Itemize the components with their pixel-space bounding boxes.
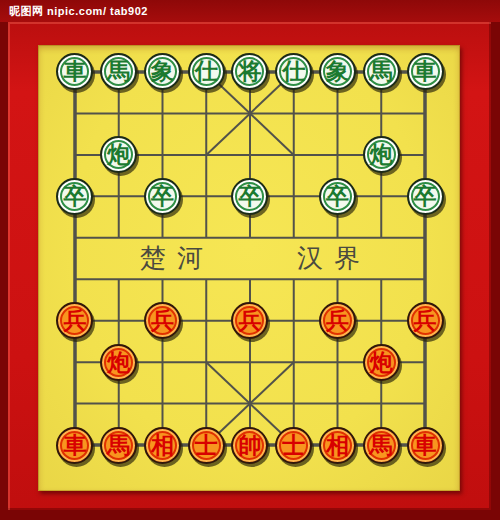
board-cell-i10[interactable]: 車 [403,51,447,93]
board-cell-e9[interactable] [228,93,272,135]
board-cell-h7[interactable] [359,176,403,218]
board-cell-e5[interactable] [228,259,272,301]
board-cell-g6[interactable] [316,217,360,259]
board-cell-a5[interactable] [53,259,97,301]
watermark-bar: 昵图网 nipic.com/ tab902 [0,0,500,22]
piece-red-soldier[interactable]: 兵 [319,302,356,339]
board-cell-i5[interactable] [403,259,447,301]
board-cell-h1[interactable]: 馬 [359,425,403,467]
piece-red-general[interactable]: 帥 [231,427,268,464]
board-cell-h8[interactable]: 炮 [359,134,403,176]
board-cell-c3[interactable] [141,342,185,384]
piece-red-cannon[interactable]: 炮 [100,344,137,381]
piece-black-cannon[interactable]: 炮 [363,136,400,173]
piece-black-horse[interactable]: 馬 [100,53,137,90]
board-cell-g5[interactable] [316,259,360,301]
board-cell-g10[interactable]: 象 [316,51,360,93]
board-cell-b9[interactable] [97,93,141,135]
board-cell-h2[interactable] [359,383,403,425]
piece-black-soldier[interactable]: 卒 [56,178,93,215]
board-cell-b2[interactable] [97,383,141,425]
board-cell-h9[interactable] [359,93,403,135]
board-cell-b6[interactable] [97,217,141,259]
board-cell-c1[interactable]: 相 [141,425,185,467]
board-cell-i8[interactable] [403,134,447,176]
board-cell-h6[interactable] [359,217,403,259]
board-cell-a6[interactable] [53,217,97,259]
board-cell-c9[interactable] [141,93,185,135]
piece-red-cannon[interactable]: 炮 [363,344,400,381]
board-cell-g4[interactable]: 兵 [316,300,360,342]
board-cell-h4[interactable] [359,300,403,342]
board-cell-a9[interactable] [53,93,97,135]
board-cell-f6[interactable] [272,217,316,259]
piece-red-horse[interactable]: 馬 [363,427,400,464]
board-cell-d6[interactable] [184,217,228,259]
piece-red-soldier[interactable]: 兵 [231,302,268,339]
board-cell-f4[interactable] [272,300,316,342]
piece-black-chariot[interactable]: 車 [407,53,444,90]
board-cell-e7[interactable]: 卒 [228,176,272,218]
board-cell-i1[interactable]: 車 [403,425,447,467]
board-cell-i4[interactable]: 兵 [403,300,447,342]
board-cell-e4[interactable]: 兵 [228,300,272,342]
board-cell-b3[interactable]: 炮 [97,342,141,384]
board-cell-d4[interactable] [184,300,228,342]
board-cell-c5[interactable] [141,259,185,301]
piece-black-chariot[interactable]: 車 [56,53,93,90]
board-cell-i9[interactable] [403,93,447,135]
board-cell-f2[interactable] [272,383,316,425]
piece-red-soldier[interactable]: 兵 [144,302,181,339]
board-cell-b5[interactable] [97,259,141,301]
board-cell-f1[interactable]: 士 [272,425,316,467]
board-cell-a7[interactable]: 卒 [53,176,97,218]
board-cell-a4[interactable]: 兵 [53,300,97,342]
board-cell-g3[interactable] [316,342,360,384]
board-cell-e2[interactable] [228,383,272,425]
board-cell-d7[interactable] [184,176,228,218]
board-cell-b7[interactable] [97,176,141,218]
board-cell-f3[interactable] [272,342,316,384]
watermark-text: 昵图网 nipic.com/ tab902 [9,4,148,19]
piece-black-cannon[interactable]: 炮 [100,136,137,173]
xiangqi-board: 楚河 汉界 車馬象仕将仕象馬車炮炮卒卒卒卒卒兵兵兵兵兵炮炮車馬相士帥士相馬車 [38,45,460,491]
board-cell-e6[interactable] [228,217,272,259]
board-cell-d9[interactable] [184,93,228,135]
board-cell-c10[interactable]: 象 [141,51,185,93]
board-cell-e1[interactable]: 帥 [228,425,272,467]
board-cell-f10[interactable]: 仕 [272,51,316,93]
board-cell-h3[interactable]: 炮 [359,342,403,384]
piece-red-chariot[interactable]: 車 [56,427,93,464]
board-cell-d5[interactable] [184,259,228,301]
board-cell-f7[interactable] [272,176,316,218]
board-cell-d8[interactable] [184,134,228,176]
board-cell-d10[interactable]: 仕 [184,51,228,93]
board-cell-h5[interactable] [359,259,403,301]
board-cell-a1[interactable]: 車 [53,425,97,467]
board-cell-e3[interactable] [228,342,272,384]
board-cell-c6[interactable] [141,217,185,259]
piece-red-soldier[interactable]: 兵 [56,302,93,339]
board-cell-a2[interactable] [53,383,97,425]
piece-black-advisor[interactable]: 仕 [275,53,312,90]
piece-red-soldier[interactable]: 兵 [407,302,444,339]
board-cell-a3[interactable] [53,342,97,384]
piece-black-elephant[interactable]: 象 [319,53,356,90]
board-cell-i2[interactable] [403,383,447,425]
board-cell-f9[interactable] [272,93,316,135]
board-intersections: 車馬象仕将仕象馬車炮炮卒卒卒卒卒兵兵兵兵兵炮炮車馬相士帥士相馬車 [53,51,447,466]
board-cell-g2[interactable] [316,383,360,425]
board-cell-a8[interactable] [53,134,97,176]
board-cell-h10[interactable]: 馬 [359,51,403,93]
piece-black-elephant[interactable]: 象 [144,53,181,90]
board-cell-i6[interactable] [403,217,447,259]
board-cell-c7[interactable]: 卒 [141,176,185,218]
board-cell-c2[interactable] [141,383,185,425]
piece-black-advisor[interactable]: 仕 [188,53,225,90]
piece-black-soldier[interactable]: 卒 [407,178,444,215]
board-cell-b4[interactable] [97,300,141,342]
board-cell-i3[interactable] [403,342,447,384]
board-cell-f5[interactable] [272,259,316,301]
board-cell-i7[interactable]: 卒 [403,176,447,218]
board-cell-c4[interactable]: 兵 [141,300,185,342]
piece-black-soldier[interactable]: 卒 [231,178,268,215]
board-cell-b10[interactable]: 馬 [97,51,141,93]
board-cell-d3[interactable] [184,342,228,384]
piece-red-elephant[interactable]: 相 [319,427,356,464]
piece-black-general[interactable]: 将 [231,53,268,90]
board-cell-a10[interactable]: 車 [53,51,97,93]
piece-red-advisor[interactable]: 士 [275,427,312,464]
board-cell-e8[interactable] [228,134,272,176]
board-cell-b8[interactable]: 炮 [97,134,141,176]
board-cell-g9[interactable] [316,93,360,135]
board-cell-e10[interactable]: 将 [228,51,272,93]
board-cell-b1[interactable]: 馬 [97,425,141,467]
piece-red-advisor[interactable]: 士 [188,427,225,464]
board-cell-c8[interactable] [141,134,185,176]
piece-red-elephant[interactable]: 相 [144,427,181,464]
board-cell-g8[interactable] [316,134,360,176]
board-cell-g1[interactable]: 相 [316,425,360,467]
piece-black-horse[interactable]: 馬 [363,53,400,90]
board-cell-d1[interactable]: 士 [184,425,228,467]
board-cell-f8[interactable] [272,134,316,176]
board-cell-d2[interactable] [184,383,228,425]
piece-red-chariot[interactable]: 車 [407,427,444,464]
piece-black-soldier[interactable]: 卒 [319,178,356,215]
piece-red-horse[interactable]: 馬 [100,427,137,464]
board-cell-g7[interactable]: 卒 [316,176,360,218]
piece-black-soldier[interactable]: 卒 [144,178,181,215]
